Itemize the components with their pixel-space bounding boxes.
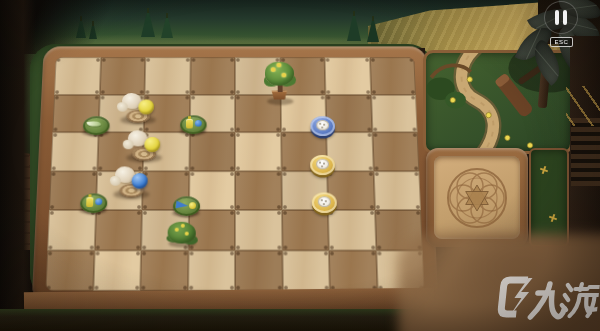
wood-slats	[571, 118, 600, 186]
yellow-bottle-icon	[186, 119, 193, 128]
yarn-ball-yellow-icon	[145, 137, 161, 152]
pine-tree-icon	[141, 8, 155, 37]
wool-head-icon	[123, 140, 134, 149]
yarn-coin-face-icon	[316, 159, 329, 170]
yarn-ball-yellow-icon	[138, 100, 154, 115]
flower-icon	[180, 224, 184, 228]
pause-icon	[555, 10, 559, 25]
green-side-strip	[529, 148, 569, 247]
table-shadow-band	[0, 309, 440, 331]
rosette-star-emblem	[445, 166, 509, 230]
wool-head-icon	[117, 102, 128, 111]
game-board	[32, 46, 439, 304]
jiuyou-watermark-logo: 九游	[498, 276, 598, 328]
flower-icon	[184, 232, 188, 236]
wool-head-icon	[110, 176, 121, 186]
pine-tree-icon	[367, 16, 379, 42]
pieces-layer	[45, 57, 424, 290]
gold-star-icon	[548, 213, 558, 223]
pine-tree-icon	[347, 11, 361, 41]
tray-face	[434, 156, 520, 239]
flower-icon	[174, 228, 178, 232]
pine-tree-icon	[161, 13, 173, 38]
yellow-bottle-icon	[86, 198, 93, 208]
esc-key-hint[interactable]: ESC	[550, 37, 573, 47]
yarn-coin-face-icon	[316, 120, 329, 130]
gold-trim-lines	[566, 86, 600, 126]
game-screen: 九游 ESC	[0, 0, 600, 331]
yellow-ball-icon	[189, 202, 196, 209]
yarn-ball-blue-icon	[131, 173, 147, 188]
wooden-tray	[426, 148, 528, 247]
pause-icon	[563, 10, 567, 25]
gold-star-icon	[539, 165, 549, 175]
pause-button[interactable]	[544, 1, 578, 34]
blue-dart-icon	[176, 200, 189, 209]
